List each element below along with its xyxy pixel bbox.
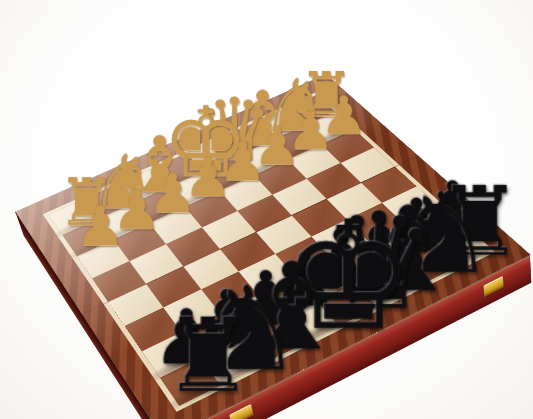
board-grid: ♜♞♝♚♛♝♞♜♟♟♟♟♟♟♟♟♟♟♟♟♟♟♟♟♜♞♝♚♛♝♞♜: [49, 95, 488, 406]
chess-board: ♜♞♝♚♛♝♞♜♟♟♟♟♟♟♟♟♟♟♟♟♟♟♟♟♜♞♝♚♛♝♞♜: [15, 74, 529, 419]
board-frame: ♜♞♝♚♛♝♞♜♟♟♟♟♟♟♟♟♟♟♟♟♟♟♟♟♜♞♝♚♛♝♞♜: [15, 74, 529, 419]
scene: ♜♞♝♚♛♝♞♜♟♟♟♟♟♟♟♟♟♟♟♟♟♟♟♟♜♞♝♚♛♝♞♜: [28, 4, 483, 419]
product-photo-stage: ♜♞♝♚♛♝♞♜♟♟♟♟♟♟♟♟♟♟♟♟♟♟♟♟♜♞♝♚♛♝♞♜: [0, 0, 533, 419]
square-h2[interactable]: ♟: [63, 219, 114, 256]
square-h8[interactable]: ♜: [160, 358, 220, 406]
white-pawn-h2[interactable]: ♟: [63, 199, 136, 254]
black-rook-h8[interactable]: ♜: [154, 305, 261, 406]
